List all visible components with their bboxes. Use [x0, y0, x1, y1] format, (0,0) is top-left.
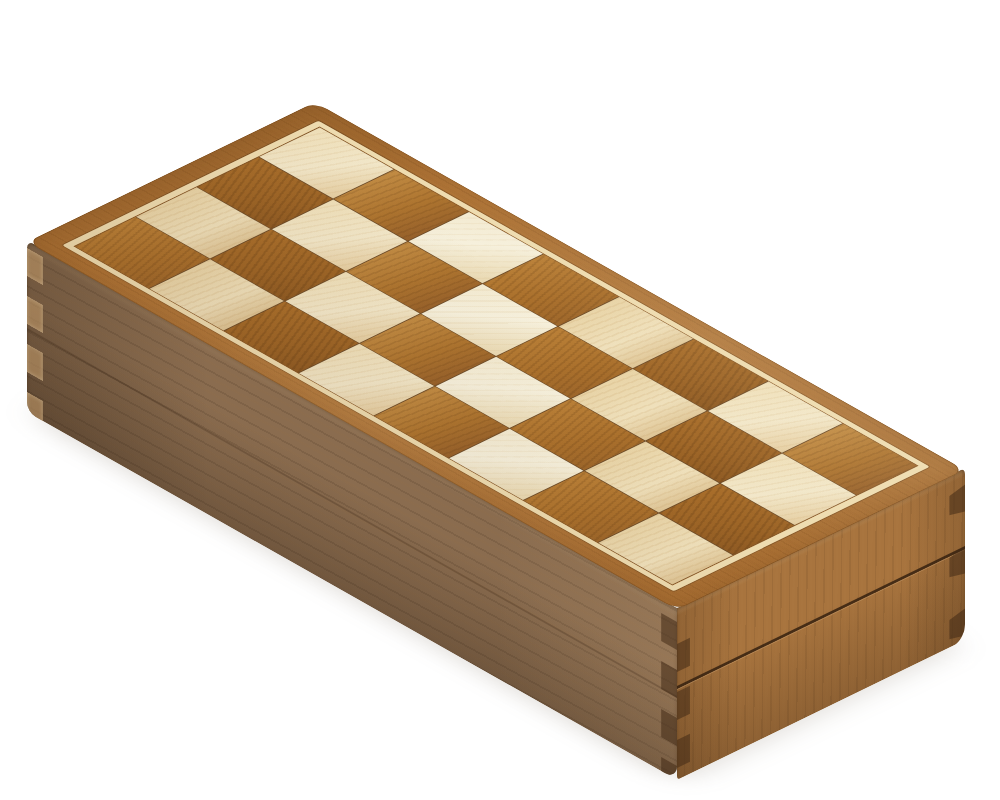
- joint-tooth: [27, 344, 43, 381]
- joint-tooth: [677, 638, 690, 672]
- joint-tooth: [661, 613, 677, 650]
- scene: [0, 0, 1000, 800]
- joint-tooth: [27, 392, 43, 429]
- joint-tooth: [661, 661, 677, 698]
- joint-tooth: [27, 248, 43, 285]
- joint-tooth: [949, 608, 965, 644]
- joint-tooth: [661, 709, 677, 746]
- joint-tooth: [27, 296, 43, 333]
- joint-tooth: [949, 484, 965, 520]
- joint-tooth: [677, 686, 690, 720]
- joint-tooth: [677, 734, 690, 768]
